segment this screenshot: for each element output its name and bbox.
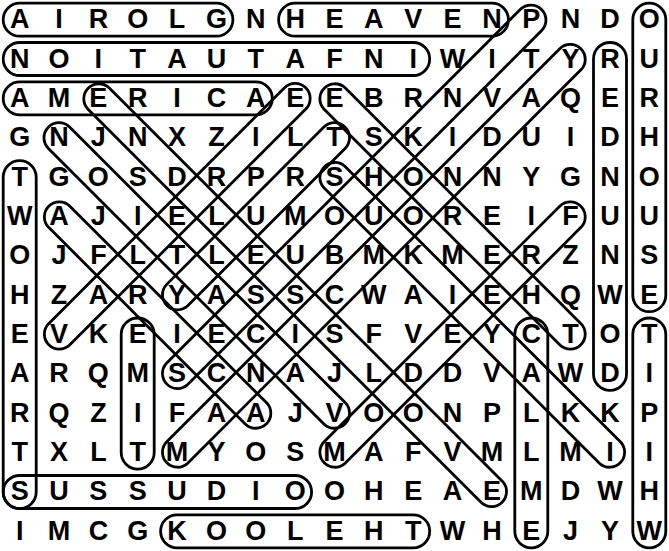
grid-cell[interactable]: S bbox=[354, 118, 393, 157]
grid-cell[interactable]: F bbox=[551, 197, 590, 236]
grid-cell[interactable]: O bbox=[394, 394, 433, 433]
grid-cell[interactable]: E bbox=[157, 197, 196, 236]
grid-cell[interactable]: E bbox=[275, 79, 314, 118]
letter-grid: AIROLGNHEAVENPNDONOITAUTAFNIWITYRUAMERIC… bbox=[0, 0, 669, 551]
grid-cell[interactable]: T bbox=[0, 157, 39, 196]
grid-cell[interactable]: I bbox=[236, 472, 275, 511]
grid-cell[interactable]: N bbox=[433, 394, 472, 433]
word-search-board: AIROLGNHEAVENPNDONOITAUTAFNIWITYRUAMERIC… bbox=[0, 0, 669, 551]
grid-cell[interactable]: M bbox=[512, 472, 551, 511]
grid-cell[interactable]: G bbox=[118, 512, 157, 551]
grid-cell[interactable]: L bbox=[354, 354, 393, 393]
grid-cell[interactable]: I bbox=[0, 512, 39, 551]
grid-cell[interactable]: K bbox=[590, 394, 629, 433]
grid-cell[interactable]: I bbox=[512, 197, 551, 236]
grid-cell[interactable]: I bbox=[472, 39, 511, 78]
grid-cell[interactable]: I bbox=[275, 315, 314, 354]
grid-cell[interactable]: H bbox=[354, 472, 393, 511]
grid-cell[interactable]: H bbox=[275, 0, 314, 39]
grid-cell[interactable]: V bbox=[315, 394, 354, 433]
grid-cell[interactable]: L bbox=[275, 512, 314, 551]
grid-cell[interactable]: P bbox=[236, 157, 275, 196]
grid-cell[interactable]: U bbox=[157, 472, 196, 511]
grid-cell[interactable]: J bbox=[551, 512, 590, 551]
grid-cell[interactable]: I bbox=[630, 354, 669, 393]
grid-cell[interactable]: R bbox=[630, 79, 669, 118]
grid-cell[interactable]: D bbox=[590, 0, 629, 39]
grid-cell[interactable]: N bbox=[551, 0, 590, 39]
grid-cell[interactable]: R bbox=[79, 0, 118, 39]
grid-cell[interactable]: I bbox=[157, 79, 196, 118]
grid-cell[interactable]: Q bbox=[551, 276, 590, 315]
grid-cell[interactable]: W bbox=[551, 354, 590, 393]
grid-cell[interactable]: W bbox=[433, 39, 472, 78]
grid-cell[interactable]: O bbox=[315, 472, 354, 511]
grid-cell[interactable]: O bbox=[118, 0, 157, 39]
grid-cell[interactable]: O bbox=[354, 394, 393, 433]
grid-cell[interactable]: W bbox=[0, 197, 39, 236]
grid-cell[interactable]: C bbox=[512, 315, 551, 354]
grid-cell[interactable]: L bbox=[512, 433, 551, 472]
grid-cell[interactable]: U bbox=[275, 236, 314, 275]
grid-cell[interactable]: J bbox=[315, 354, 354, 393]
grid-cell[interactable]: O bbox=[590, 315, 629, 354]
grid-cell[interactable]: H bbox=[630, 472, 669, 511]
grid-cell[interactable]: Q bbox=[39, 394, 78, 433]
grid-cell[interactable]: A bbox=[0, 354, 39, 393]
grid-cell[interactable]: S bbox=[157, 354, 196, 393]
grid-cell[interactable]: C bbox=[236, 315, 275, 354]
grid-cell[interactable]: Q bbox=[79, 354, 118, 393]
grid-cell[interactable]: A bbox=[275, 39, 314, 78]
grid-cell[interactable]: D bbox=[590, 354, 629, 393]
grid-cell[interactable]: T bbox=[118, 433, 157, 472]
grid-cell[interactable]: I bbox=[630, 433, 669, 472]
grid-cell[interactable]: S bbox=[315, 315, 354, 354]
grid-cell[interactable]: V bbox=[39, 315, 78, 354]
grid-cell[interactable]: C bbox=[197, 79, 236, 118]
grid-cell[interactable]: E bbox=[472, 197, 511, 236]
grid-cell[interactable]: H bbox=[354, 512, 393, 551]
grid-cell[interactable]: S bbox=[118, 157, 157, 196]
grid-cell[interactable]: M bbox=[275, 197, 314, 236]
grid-cell[interactable]: N bbox=[472, 0, 511, 39]
grid-cell[interactable]: T bbox=[118, 39, 157, 78]
grid-cell[interactable]: T bbox=[315, 118, 354, 157]
grid-cell[interactable]: G bbox=[39, 157, 78, 196]
grid-cell[interactable]: W bbox=[590, 276, 629, 315]
grid-cell[interactable]: G bbox=[197, 0, 236, 39]
grid-cell[interactable]: E bbox=[433, 0, 472, 39]
grid-cell[interactable]: E bbox=[472, 236, 511, 275]
grid-cell[interactable]: M bbox=[39, 512, 78, 551]
grid-cell[interactable]: I bbox=[433, 118, 472, 157]
grid-cell[interactable]: I bbox=[118, 197, 157, 236]
grid-cell[interactable]: N bbox=[236, 354, 275, 393]
grid-cell[interactable]: K bbox=[394, 118, 433, 157]
grid-cell[interactable]: F bbox=[79, 236, 118, 275]
grid-cell[interactable]: F bbox=[394, 433, 433, 472]
grid-cell[interactable]: Y bbox=[472, 315, 511, 354]
grid-cell[interactable]: A bbox=[433, 472, 472, 511]
grid-cell[interactable]: S bbox=[0, 472, 39, 511]
grid-cell[interactable]: P bbox=[630, 394, 669, 433]
grid-cell[interactable]: T bbox=[551, 315, 590, 354]
grid-cell[interactable]: A bbox=[39, 197, 78, 236]
grid-cell[interactable]: U bbox=[512, 118, 551, 157]
grid-cell[interactable]: A bbox=[512, 354, 551, 393]
grid-cell[interactable]: H bbox=[630, 118, 669, 157]
grid-cell[interactable]: L bbox=[118, 236, 157, 275]
grid-cell[interactable]: O bbox=[394, 157, 433, 196]
grid-cell[interactable]: R bbox=[118, 276, 157, 315]
grid-cell[interactable]: O bbox=[394, 197, 433, 236]
grid-cell[interactable]: S bbox=[275, 276, 314, 315]
grid-cell[interactable]: B bbox=[315, 236, 354, 275]
grid-cell[interactable]: R bbox=[39, 354, 78, 393]
grid-cell[interactable]: I bbox=[236, 118, 275, 157]
grid-cell[interactable]: J bbox=[79, 197, 118, 236]
grid-cell[interactable]: R bbox=[394, 79, 433, 118]
grid-cell[interactable]: A bbox=[157, 39, 196, 78]
grid-cell[interactable]: X bbox=[39, 433, 78, 472]
grid-cell[interactable]: N bbox=[39, 118, 78, 157]
grid-cell[interactable]: N bbox=[590, 236, 629, 275]
grid-cell[interactable]: W bbox=[630, 512, 669, 551]
grid-cell[interactable]: S bbox=[275, 433, 314, 472]
grid-cell[interactable]: L bbox=[79, 433, 118, 472]
grid-cell[interactable]: R bbox=[0, 394, 39, 433]
grid-cell[interactable]: V bbox=[394, 0, 433, 39]
grid-cell[interactable]: U bbox=[236, 197, 275, 236]
grid-cell[interactable]: E bbox=[433, 315, 472, 354]
grid-cell[interactable]: R bbox=[118, 79, 157, 118]
grid-cell[interactable]: M bbox=[118, 354, 157, 393]
grid-cell[interactable]: C bbox=[197, 354, 236, 393]
grid-cell[interactable]: I bbox=[157, 315, 196, 354]
grid-cell[interactable]: A bbox=[354, 0, 393, 39]
grid-cell[interactable]: I bbox=[394, 39, 433, 78]
grid-cell[interactable]: M bbox=[39, 79, 78, 118]
grid-cell[interactable]: Y bbox=[512, 157, 551, 196]
grid-cell[interactable]: V bbox=[433, 433, 472, 472]
grid-cell[interactable]: A bbox=[79, 276, 118, 315]
grid-cell[interactable]: T bbox=[630, 315, 669, 354]
grid-cell[interactable]: U bbox=[630, 39, 669, 78]
grid-cell[interactable]: M bbox=[157, 433, 196, 472]
grid-cell[interactable]: P bbox=[512, 0, 551, 39]
grid-cell[interactable]: F bbox=[354, 315, 393, 354]
grid-cell[interactable]: A bbox=[197, 394, 236, 433]
grid-cell[interactable]: K bbox=[79, 315, 118, 354]
grid-cell[interactable]: B bbox=[354, 79, 393, 118]
grid-cell[interactable]: Z bbox=[197, 118, 236, 157]
grid-cell[interactable]: K bbox=[394, 236, 433, 275]
grid-cell[interactable]: N bbox=[433, 157, 472, 196]
grid-cell[interactable]: S bbox=[630, 236, 669, 275]
grid-cell[interactable]: V bbox=[394, 315, 433, 354]
grid-cell[interactable]: O bbox=[236, 433, 275, 472]
grid-cell[interactable]: G bbox=[551, 157, 590, 196]
grid-cell[interactable]: L bbox=[197, 197, 236, 236]
grid-cell[interactable]: H bbox=[512, 276, 551, 315]
grid-cell[interactable]: M bbox=[315, 433, 354, 472]
grid-cell[interactable]: R bbox=[197, 157, 236, 196]
grid-cell[interactable]: T bbox=[0, 433, 39, 472]
grid-cell[interactable]: E bbox=[630, 276, 669, 315]
grid-cell[interactable]: W bbox=[433, 512, 472, 551]
grid-cell[interactable]: R bbox=[433, 197, 472, 236]
grid-cell[interactable]: E bbox=[315, 0, 354, 39]
grid-cell[interactable]: N bbox=[354, 39, 393, 78]
grid-cell[interactable]: N bbox=[472, 157, 511, 196]
grid-cell[interactable]: A bbox=[236, 79, 275, 118]
grid-cell[interactable]: R bbox=[275, 157, 314, 196]
grid-cell[interactable]: Y bbox=[157, 276, 196, 315]
grid-cell[interactable]: E bbox=[236, 236, 275, 275]
grid-cell[interactable]: A bbox=[354, 433, 393, 472]
grid-cell[interactable]: Z bbox=[79, 394, 118, 433]
grid-cell[interactable]: O bbox=[315, 197, 354, 236]
grid-cell[interactable]: W bbox=[354, 276, 393, 315]
grid-cell[interactable]: A bbox=[394, 276, 433, 315]
grid-cell[interactable]: K bbox=[157, 512, 196, 551]
grid-cell[interactable]: R bbox=[590, 39, 629, 78]
grid-cell[interactable]: T bbox=[512, 39, 551, 78]
grid-cell[interactable]: E bbox=[590, 79, 629, 118]
grid-cell[interactable]: M bbox=[433, 236, 472, 275]
grid-cell[interactable]: H bbox=[354, 157, 393, 196]
grid-cell[interactable]: W bbox=[590, 472, 629, 511]
grid-cell[interactable]: Y bbox=[590, 512, 629, 551]
grid-cell[interactable]: I bbox=[39, 0, 78, 39]
grid-cell[interactable]: V bbox=[472, 354, 511, 393]
grid-cell[interactable]: O bbox=[275, 472, 314, 511]
grid-cell[interactable]: E bbox=[315, 512, 354, 551]
grid-cell[interactable]: C bbox=[315, 276, 354, 315]
grid-cell[interactable]: L bbox=[275, 118, 314, 157]
grid-cell[interactable]: E bbox=[394, 472, 433, 511]
grid-cell[interactable]: O bbox=[236, 512, 275, 551]
grid-cell[interactable]: O bbox=[0, 236, 39, 275]
grid-cell[interactable]: N bbox=[0, 39, 39, 78]
grid-cell[interactable]: I bbox=[551, 118, 590, 157]
grid-cell[interactable]: J bbox=[79, 118, 118, 157]
grid-cell[interactable]: A bbox=[275, 354, 314, 393]
grid-cell[interactable]: U bbox=[197, 39, 236, 78]
grid-cell[interactable]: R bbox=[512, 236, 551, 275]
grid-cell[interactable]: D bbox=[157, 157, 196, 196]
grid-cell[interactable]: E bbox=[315, 79, 354, 118]
grid-cell[interactable]: D bbox=[590, 118, 629, 157]
grid-cell[interactable]: H bbox=[0, 276, 39, 315]
grid-cell[interactable]: U bbox=[354, 197, 393, 236]
grid-cell[interactable]: O bbox=[630, 157, 669, 196]
grid-cell[interactable]: I bbox=[79, 39, 118, 78]
grid-cell[interactable]: T bbox=[236, 39, 275, 78]
grid-cell[interactable]: Y bbox=[551, 39, 590, 78]
grid-cell[interactable]: G bbox=[0, 118, 39, 157]
grid-cell[interactable]: M bbox=[551, 433, 590, 472]
grid-cell[interactable]: E bbox=[79, 79, 118, 118]
grid-cell[interactable]: A bbox=[236, 394, 275, 433]
grid-cell[interactable]: F bbox=[157, 394, 196, 433]
grid-cell[interactable]: D bbox=[551, 472, 590, 511]
grid-cell[interactable]: F bbox=[315, 39, 354, 78]
grid-cell[interactable]: O bbox=[197, 512, 236, 551]
grid-cell[interactable]: Z bbox=[39, 276, 78, 315]
grid-cell[interactable]: N bbox=[236, 0, 275, 39]
grid-cell[interactable]: U bbox=[39, 472, 78, 511]
grid-cell[interactable]: N bbox=[118, 118, 157, 157]
grid-cell[interactable]: Z bbox=[551, 236, 590, 275]
grid-cell[interactable]: A bbox=[512, 79, 551, 118]
grid-cell[interactable]: I bbox=[590, 433, 629, 472]
grid-cell[interactable]: I bbox=[118, 394, 157, 433]
grid-cell[interactable]: K bbox=[551, 394, 590, 433]
grid-cell[interactable]: T bbox=[394, 512, 433, 551]
grid-cell[interactable]: L bbox=[197, 236, 236, 275]
grid-cell[interactable]: S bbox=[315, 157, 354, 196]
grid-cell[interactable]: E bbox=[472, 472, 511, 511]
grid-cell[interactable]: Q bbox=[551, 79, 590, 118]
grid-cell[interactable]: E bbox=[118, 315, 157, 354]
grid-cell[interactable]: D bbox=[433, 354, 472, 393]
grid-cell[interactable]: O bbox=[79, 157, 118, 196]
grid-cell[interactable]: S bbox=[236, 276, 275, 315]
grid-cell[interactable]: N bbox=[590, 157, 629, 196]
grid-cell[interactable]: M bbox=[354, 236, 393, 275]
grid-cell[interactable]: D bbox=[197, 472, 236, 511]
grid-cell[interactable]: P bbox=[472, 394, 511, 433]
grid-cell[interactable]: E bbox=[197, 315, 236, 354]
grid-cell[interactable]: L bbox=[512, 394, 551, 433]
grid-cell[interactable]: Y bbox=[197, 433, 236, 472]
grid-cell[interactable]: J bbox=[275, 394, 314, 433]
grid-cell[interactable]: E bbox=[0, 315, 39, 354]
grid-cell[interactable]: S bbox=[118, 472, 157, 511]
grid-cell[interactable]: S bbox=[79, 472, 118, 511]
grid-cell[interactable]: A bbox=[0, 79, 39, 118]
grid-cell[interactable]: N bbox=[433, 79, 472, 118]
grid-cell[interactable]: J bbox=[39, 236, 78, 275]
grid-cell[interactable]: V bbox=[472, 79, 511, 118]
grid-cell[interactable]: E bbox=[512, 512, 551, 551]
grid-cell[interactable]: O bbox=[39, 39, 78, 78]
grid-cell[interactable]: U bbox=[590, 197, 629, 236]
grid-cell[interactable]: A bbox=[197, 276, 236, 315]
grid-cell[interactable]: E bbox=[472, 276, 511, 315]
grid-cell[interactable]: M bbox=[472, 433, 511, 472]
grid-cell[interactable]: A bbox=[0, 0, 39, 39]
grid-cell[interactable]: X bbox=[157, 118, 196, 157]
grid-cell[interactable]: I bbox=[433, 276, 472, 315]
grid-cell[interactable]: D bbox=[472, 118, 511, 157]
grid-cell[interactable]: H bbox=[472, 512, 511, 551]
grid-cell[interactable]: U bbox=[630, 197, 669, 236]
grid-cell[interactable]: C bbox=[79, 512, 118, 551]
grid-cell[interactable]: T bbox=[157, 236, 196, 275]
grid-cell[interactable]: L bbox=[157, 0, 196, 39]
grid-cell[interactable]: O bbox=[630, 0, 669, 39]
grid-cell[interactable]: D bbox=[394, 354, 433, 393]
